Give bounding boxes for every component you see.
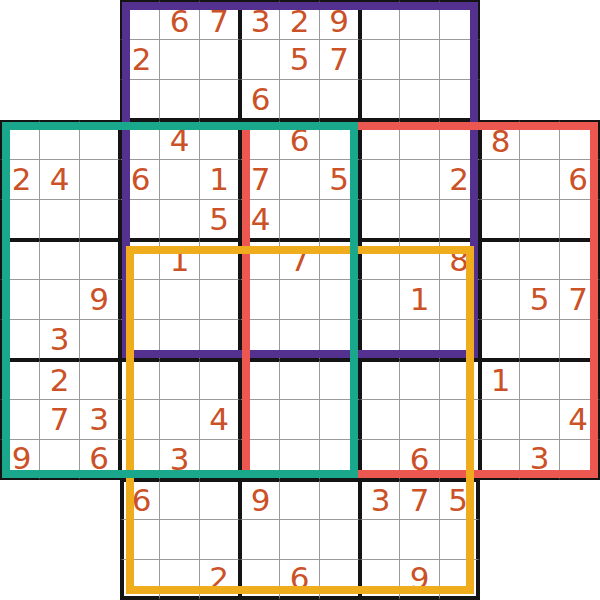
cell-r0c11[interactable] — [440, 0, 480, 40]
given-digit: 9 — [12, 443, 32, 474]
outside-cell — [560, 520, 600, 560]
cell-r11c11[interactable] — [440, 440, 480, 480]
given-digit: 2 — [132, 44, 152, 75]
cell-r2c5[interactable] — [200, 80, 240, 120]
cell-r5c9[interactable] — [360, 200, 400, 240]
cell-r11c10[interactable]: 6 — [400, 440, 440, 480]
cell-r7c2[interactable]: 9 — [80, 280, 120, 320]
cell-r0c9[interactable] — [360, 0, 400, 40]
cell-r1c3[interactable]: 2 — [120, 40, 160, 80]
cell-r12c6[interactable]: 9 — [240, 480, 280, 520]
cell-r8c1[interactable]: 3 — [40, 320, 80, 360]
cell-r6c1[interactable] — [40, 240, 80, 280]
cell-r6c9[interactable] — [360, 240, 400, 280]
cell-r10c4[interactable] — [160, 400, 200, 440]
outside-cell — [0, 480, 40, 520]
cell-r13c10[interactable] — [400, 520, 440, 560]
cell-r2c9[interactable] — [360, 80, 400, 120]
outside-cell — [0, 0, 40, 40]
cell-r9c4[interactable] — [160, 360, 200, 400]
cell-r13c5[interactable] — [200, 520, 240, 560]
cell-r6c6[interactable] — [240, 240, 280, 280]
sudoku-board: 6732925764682461752654178915732173449636… — [0, 0, 600, 600]
given-digit: 2 — [290, 6, 310, 37]
cell-r4c14[interactable]: 6 — [560, 160, 600, 200]
cell-r4c8[interactable]: 5 — [320, 160, 360, 200]
cell-r6c13[interactable] — [520, 240, 560, 280]
cell-r4c1[interactable]: 4 — [40, 160, 80, 200]
outside-cell — [480, 80, 520, 120]
cell-r12c7[interactable] — [280, 480, 320, 520]
cell-r6c2[interactable] — [80, 240, 120, 280]
cell-r4c10[interactable] — [400, 160, 440, 200]
cell-r6c5[interactable] — [200, 240, 240, 280]
cell-r0c7[interactable]: 2 — [280, 0, 320, 40]
outside-cell — [520, 520, 560, 560]
outside-cell — [80, 40, 120, 80]
cell-r8c6[interactable] — [240, 320, 280, 360]
cell-r7c3[interactable] — [120, 280, 160, 320]
cell-r9c1[interactable]: 2 — [40, 360, 80, 400]
cell-r7c5[interactable] — [200, 280, 240, 320]
outside-cell — [480, 560, 520, 600]
given-digit: 5 — [329, 164, 349, 195]
cell-r14c6[interactable] — [240, 560, 280, 600]
cell-r10c7[interactable] — [280, 400, 320, 440]
cell-r8c11[interactable] — [440, 320, 480, 360]
cell-r8c8[interactable] — [320, 320, 360, 360]
given-digit: 9 — [89, 284, 109, 315]
given-digit: 7 — [329, 44, 349, 75]
cell-r4c11[interactable]: 2 — [440, 160, 480, 200]
cell-r8c10[interactable] — [400, 320, 440, 360]
outside-cell — [480, 40, 520, 80]
cell-r14c8[interactable] — [320, 560, 360, 600]
cell-r4c5[interactable]: 1 — [200, 160, 240, 200]
cell-r7c14[interactable]: 7 — [560, 280, 600, 320]
cell-r14c5[interactable]: 2 — [200, 560, 240, 600]
cell-r3c14[interactable] — [560, 120, 600, 160]
puzzle-canvas: 6732925764682461752654178915732173449636… — [0, 0, 600, 600]
cell-r12c4[interactable] — [160, 480, 200, 520]
cell-r11c4[interactable]: 3 — [160, 440, 200, 480]
cell-r11c5[interactable] — [200, 440, 240, 480]
cell-r5c12[interactable] — [480, 200, 520, 240]
cell-r4c9[interactable] — [360, 160, 400, 200]
cell-r0c6[interactable]: 3 — [240, 0, 280, 40]
cell-r14c3[interactable] — [120, 560, 160, 600]
cell-r1c8[interactable]: 7 — [320, 40, 360, 80]
cell-r3c10[interactable] — [400, 120, 440, 160]
cell-r10c1[interactable]: 7 — [40, 400, 80, 440]
given-digit: 8 — [491, 126, 511, 157]
cell-r8c2[interactable] — [80, 320, 120, 360]
cell-r2c10[interactable] — [400, 80, 440, 120]
outside-cell — [520, 80, 560, 120]
cell-r9c10[interactable] — [400, 360, 440, 400]
cell-r10c8[interactable] — [320, 400, 360, 440]
given-digit: 1 — [170, 245, 190, 276]
cell-r5c7[interactable] — [280, 200, 320, 240]
given-digit: 3 — [251, 6, 271, 37]
cell-r1c10[interactable] — [400, 40, 440, 80]
given-digit: 4 — [209, 404, 229, 435]
cell-r3c0[interactable] — [0, 120, 40, 160]
outside-cell — [560, 560, 600, 600]
cell-r10c0[interactable] — [0, 400, 40, 440]
cell-r8c9[interactable] — [360, 320, 400, 360]
given-digit: 4 — [50, 164, 70, 195]
cell-r9c5[interactable] — [200, 360, 240, 400]
cell-r5c11[interactable] — [440, 200, 480, 240]
given-digit: 1 — [491, 365, 511, 396]
outside-cell — [80, 480, 120, 520]
cell-r1c9[interactable] — [360, 40, 400, 80]
given-digit: 3 — [371, 485, 391, 516]
cell-r11c9[interactable] — [360, 440, 400, 480]
cell-r12c11[interactable]: 5 — [440, 480, 480, 520]
outside-cell — [80, 560, 120, 600]
cell-r7c4[interactable] — [160, 280, 200, 320]
cell-r7c0[interactable] — [0, 280, 40, 320]
cell-r2c3[interactable] — [120, 80, 160, 120]
cell-r9c3[interactable] — [120, 360, 160, 400]
cell-r10c13[interactable] — [520, 400, 560, 440]
cell-r6c11[interactable]: 8 — [440, 240, 480, 280]
cell-r3c7[interactable]: 6 — [280, 120, 320, 160]
given-digit: 1 — [209, 164, 229, 195]
cell-r11c0[interactable]: 9 — [0, 440, 40, 480]
cell-r7c8[interactable] — [320, 280, 360, 320]
outside-cell — [0, 40, 40, 80]
cell-r3c9[interactable] — [360, 120, 400, 160]
cell-r13c8[interactable] — [320, 520, 360, 560]
given-digit: 6 — [132, 485, 152, 516]
cell-r4c3[interactable]: 6 — [120, 160, 160, 200]
cell-r7c9[interactable] — [360, 280, 400, 320]
cell-r5c0[interactable] — [0, 200, 40, 240]
cell-r3c5[interactable] — [200, 120, 240, 160]
cell-r11c12[interactable] — [480, 440, 520, 480]
given-digit: 7 — [209, 6, 229, 37]
given-digit: 3 — [530, 443, 550, 474]
cell-r5c8[interactable] — [320, 200, 360, 240]
given-digit: 2 — [449, 164, 469, 195]
outside-cell — [80, 0, 120, 40]
given-digit: 7 — [251, 164, 271, 195]
outside-cell — [40, 0, 80, 40]
cell-r8c7[interactable] — [280, 320, 320, 360]
given-digit: 7 — [410, 485, 430, 516]
outside-cell — [520, 0, 560, 40]
cell-r2c7[interactable] — [280, 80, 320, 120]
cell-r8c13[interactable] — [520, 320, 560, 360]
cell-r5c14[interactable] — [560, 200, 600, 240]
given-digit: 6 — [131, 164, 151, 195]
cell-r0c10[interactable] — [400, 0, 440, 40]
cell-r7c6[interactable] — [240, 280, 280, 320]
given-digit: 4 — [170, 125, 190, 156]
cell-r13c4[interactable] — [160, 520, 200, 560]
cell-r8c5[interactable] — [200, 320, 240, 360]
cell-r10c2[interactable]: 3 — [80, 400, 120, 440]
cell-r14c4[interactable] — [160, 560, 200, 600]
cell-r1c6[interactable] — [240, 40, 280, 80]
cell-r4c7[interactable] — [280, 160, 320, 200]
outside-cell — [40, 40, 80, 80]
cell-r9c0[interactable] — [0, 360, 40, 400]
cell-r6c0[interactable] — [0, 240, 40, 280]
cell-r0c8[interactable]: 9 — [320, 0, 360, 40]
cell-r6c10[interactable] — [400, 240, 440, 280]
cell-r10c10[interactable] — [400, 400, 440, 440]
cell-r11c6[interactable] — [240, 440, 280, 480]
cell-r0c5[interactable]: 7 — [200, 0, 240, 40]
given-digit: 1 — [410, 284, 430, 315]
cell-r9c6[interactable] — [240, 360, 280, 400]
cell-r5c13[interactable] — [520, 200, 560, 240]
given-digit: 6 — [410, 444, 430, 475]
cell-r7c1[interactable] — [40, 280, 80, 320]
cell-r13c6[interactable] — [240, 520, 280, 560]
outside-cell — [560, 0, 600, 40]
given-digit: 5 — [448, 485, 468, 516]
given-digit: 9 — [329, 6, 349, 37]
cell-r8c4[interactable] — [160, 320, 200, 360]
outside-cell — [40, 480, 80, 520]
cell-r1c7[interactable]: 5 — [280, 40, 320, 80]
cell-r5c6[interactable]: 4 — [240, 200, 280, 240]
given-digit: 6 — [290, 125, 310, 156]
cell-r11c1[interactable] — [40, 440, 80, 480]
cell-r7c7[interactable] — [280, 280, 320, 320]
cell-r1c5[interactable] — [200, 40, 240, 80]
cell-r6c14[interactable] — [560, 240, 600, 280]
cell-r9c11[interactable] — [440, 360, 480, 400]
outside-cell — [520, 480, 560, 520]
cell-r4c12[interactable] — [480, 160, 520, 200]
outside-cell — [80, 520, 120, 560]
cell-r9c14[interactable] — [560, 360, 600, 400]
cell-r3c3[interactable] — [120, 120, 160, 160]
cell-r11c2[interactable]: 6 — [80, 440, 120, 480]
cell-r11c14[interactable] — [560, 440, 600, 480]
given-digit: 3 — [89, 404, 109, 435]
cell-r1c11[interactable] — [440, 40, 480, 80]
cell-r0c4[interactable]: 6 — [160, 0, 200, 40]
given-digit: 4 — [251, 204, 271, 235]
cell-r2c8[interactable] — [320, 80, 360, 120]
cell-r13c7[interactable] — [280, 520, 320, 560]
cell-r3c6[interactable] — [240, 120, 280, 160]
cell-r7c13[interactable]: 5 — [520, 280, 560, 320]
outside-cell — [40, 560, 80, 600]
cell-r6c8[interactable] — [320, 240, 360, 280]
given-digit: 9 — [251, 485, 271, 516]
cell-r8c0[interactable] — [0, 320, 40, 360]
cell-r10c6[interactable] — [240, 400, 280, 440]
cell-r11c7[interactable] — [280, 440, 320, 480]
cell-r5c1[interactable] — [40, 200, 80, 240]
outside-cell — [480, 0, 520, 40]
cell-r10c11[interactable] — [440, 400, 480, 440]
cell-r8c12[interactable] — [480, 320, 520, 360]
cell-r10c14[interactable]: 4 — [560, 400, 600, 440]
given-digit: 7 — [290, 245, 310, 276]
outside-cell — [560, 40, 600, 80]
cell-r14c7[interactable]: 6 — [280, 560, 320, 600]
cell-r10c9[interactable] — [360, 400, 400, 440]
given-digit: 2 — [209, 563, 229, 594]
cell-r12c9[interactable]: 3 — [360, 480, 400, 520]
cell-r11c13[interactable]: 3 — [520, 440, 560, 480]
cell-r6c7[interactable]: 7 — [280, 240, 320, 280]
given-digit: 8 — [449, 245, 469, 276]
cell-r5c2[interactable] — [80, 200, 120, 240]
outside-cell — [480, 480, 520, 520]
cell-r8c3[interactable] — [120, 320, 160, 360]
given-digit: 6 — [290, 563, 310, 594]
cell-r9c8[interactable] — [320, 360, 360, 400]
cell-r3c1[interactable] — [40, 120, 80, 160]
given-digit: 6 — [170, 6, 190, 37]
cell-r7c10[interactable]: 1 — [400, 280, 440, 320]
cell-r11c3[interactable] — [120, 440, 160, 480]
outside-cell — [0, 80, 40, 120]
cell-r0c3[interactable] — [120, 0, 160, 40]
outside-cell — [80, 80, 120, 120]
cell-r5c5[interactable]: 5 — [200, 200, 240, 240]
cell-r12c5[interactable] — [200, 480, 240, 520]
cell-r13c9[interactable] — [360, 520, 400, 560]
given-digit: 4 — [568, 404, 588, 435]
cell-r1c4[interactable] — [160, 40, 200, 80]
outside-cell — [40, 80, 80, 120]
cell-r3c8[interactable] — [320, 120, 360, 160]
cell-r9c2[interactable] — [80, 360, 120, 400]
cell-r12c8[interactable] — [320, 480, 360, 520]
cell-r12c3[interactable]: 6 — [120, 480, 160, 520]
cell-r3c4[interactable]: 4 — [160, 120, 200, 160]
cell-r6c4[interactable]: 1 — [160, 240, 200, 280]
cell-r5c4[interactable] — [160, 200, 200, 240]
outside-cell — [0, 560, 40, 600]
given-digit: 6 — [568, 164, 588, 195]
outside-cell — [40, 520, 80, 560]
outside-cell — [560, 480, 600, 520]
cell-r14c10[interactable]: 9 — [400, 560, 440, 600]
outside-cell — [520, 560, 560, 600]
outside-cell — [0, 520, 40, 560]
cell-r11c8[interactable] — [320, 440, 360, 480]
given-digit: 5 — [290, 44, 310, 75]
given-digit: 9 — [410, 563, 430, 594]
cell-r13c3[interactable] — [120, 520, 160, 560]
cell-r9c9[interactable] — [360, 360, 400, 400]
cell-r3c2[interactable] — [80, 120, 120, 160]
cell-r4c2[interactable] — [80, 160, 120, 200]
cell-r9c13[interactable] — [520, 360, 560, 400]
cell-r4c4[interactable] — [160, 160, 200, 200]
cell-r9c12[interactable]: 1 — [480, 360, 520, 400]
given-digit: 6 — [89, 443, 109, 474]
outside-cell — [560, 80, 600, 120]
cell-r4c0[interactable]: 2 — [0, 160, 40, 200]
cell-r2c11[interactable] — [440, 80, 480, 120]
cell-r4c13[interactable] — [520, 160, 560, 200]
cell-r2c6[interactable]: 6 — [240, 80, 280, 120]
cell-r12c10[interactable]: 7 — [400, 480, 440, 520]
cell-r13c11[interactable] — [440, 520, 480, 560]
outside-cell — [520, 40, 560, 80]
cell-r10c3[interactable] — [120, 400, 160, 440]
cell-r3c13[interactable] — [520, 120, 560, 160]
given-digit: 6 — [251, 84, 271, 115]
given-digit: 3 — [170, 444, 190, 475]
given-digit: 7 — [50, 404, 70, 435]
cell-r7c12[interactable] — [480, 280, 520, 320]
cell-r3c11[interactable] — [440, 120, 480, 160]
cell-r6c3[interactable] — [120, 240, 160, 280]
cell-r5c3[interactable] — [120, 200, 160, 240]
cell-r5c10[interactable] — [400, 200, 440, 240]
given-digit: 2 — [12, 164, 32, 195]
cell-r8c14[interactable] — [560, 320, 600, 360]
cell-r14c11[interactable] — [440, 560, 480, 600]
given-digit: 7 — [568, 284, 588, 315]
outside-cell — [480, 520, 520, 560]
given-digit: 3 — [50, 324, 70, 355]
cell-r9c7[interactable] — [280, 360, 320, 400]
given-digit: 5 — [209, 204, 229, 235]
cell-r7c11[interactable] — [440, 280, 480, 320]
cell-r10c12[interactable] — [480, 400, 520, 440]
cell-r14c9[interactable] — [360, 560, 400, 600]
cell-r4c6[interactable]: 7 — [240, 160, 280, 200]
cell-r10c5[interactable]: 4 — [200, 400, 240, 440]
given-digit: 2 — [50, 365, 70, 396]
given-digit: 5 — [530, 284, 550, 315]
cell-r6c12[interactable] — [480, 240, 520, 280]
cell-r3c12[interactable]: 8 — [480, 120, 520, 160]
cell-r2c4[interactable] — [160, 80, 200, 120]
